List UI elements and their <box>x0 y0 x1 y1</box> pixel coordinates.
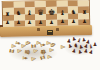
white-pawn: ♟ <box>46 54 52 60</box>
black-pawn: ♟ <box>88 49 94 55</box>
white-pawn: ♟ <box>59 45 65 50</box>
hinge-icon <box>56 28 59 31</box>
scene: ♜♞♝♛♚♝♞♜♟♟♟♟♟♟♟♟ ♟♝♟♞♜♟♝♟♞♜♟♛♟♚♟♝♟♜♟♟ ♟♟… <box>0 0 100 70</box>
clasp-metal-bar <box>48 31 52 32</box>
black-pawn: ♟ <box>93 42 97 47</box>
black-queen: ♛ <box>37 8 44 16</box>
black-knight: ♞ <box>16 10 21 16</box>
white-pawn: ♟ <box>48 47 54 52</box>
black-rook: ♜ <box>82 10 87 16</box>
black-pawn: ♟ <box>60 19 64 24</box>
white-pawn: ♟ <box>30 56 36 62</box>
black-rook: ♜ <box>5 11 10 17</box>
white-rook: ♜ <box>8 48 14 54</box>
white-queen: ♛ <box>24 49 31 55</box>
black-bishop: ♝ <box>60 9 66 16</box>
black-pawn: ♟ <box>49 20 53 25</box>
black-bishop: ♝ <box>27 10 33 17</box>
hinge-icon <box>37 28 40 31</box>
black-king: ♚ <box>48 7 55 15</box>
black-pawn: ♟ <box>38 20 42 25</box>
black-pawn: ♟ <box>27 20 31 25</box>
white-pawn: ♟ <box>16 48 22 54</box>
black-pawn: ♟ <box>82 19 86 24</box>
black-pawn: ♟ <box>16 20 20 25</box>
white-bishop: ♝ <box>22 55 28 61</box>
black-knight: ♞ <box>71 9 76 15</box>
black-pawn: ♟ <box>71 19 75 24</box>
black-pawn: ♟ <box>5 20 9 25</box>
